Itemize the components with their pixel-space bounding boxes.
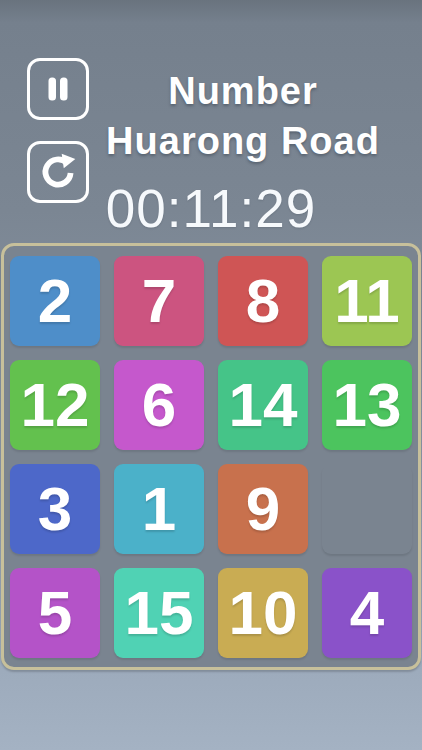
tile-13[interactable]: 13 bbox=[322, 360, 412, 450]
pause-icon bbox=[38, 69, 78, 109]
puzzle-board: 278111261413319515104 bbox=[1, 243, 421, 670]
app-background: Number Huarong Road 00:11:29 27811126141… bbox=[0, 0, 422, 750]
tile-2[interactable]: 2 bbox=[10, 256, 100, 346]
tile-14[interactable]: 14 bbox=[218, 360, 308, 450]
board-grid: 278111261413319515104 bbox=[4, 246, 418, 667]
tile-3[interactable]: 3 bbox=[10, 464, 100, 554]
tile-11[interactable]: 11 bbox=[322, 256, 412, 346]
title-line-2: Huarong Road bbox=[93, 116, 393, 166]
tile-5[interactable]: 5 bbox=[10, 568, 100, 658]
title-line-1: Number bbox=[93, 66, 393, 116]
tile-15[interactable]: 15 bbox=[114, 568, 204, 658]
tile-9[interactable]: 9 bbox=[218, 464, 308, 554]
tile-6[interactable]: 6 bbox=[114, 360, 204, 450]
tile-4[interactable]: 4 bbox=[322, 568, 412, 658]
pause-button[interactable] bbox=[27, 58, 89, 120]
empty-cell bbox=[322, 464, 412, 554]
tile-12[interactable]: 12 bbox=[10, 360, 100, 450]
tile-7[interactable]: 7 bbox=[114, 256, 204, 346]
tile-10[interactable]: 10 bbox=[218, 568, 308, 658]
timer-display: 00:11:29 bbox=[0, 181, 422, 237]
tile-8[interactable]: 8 bbox=[218, 256, 308, 346]
tile-1[interactable]: 1 bbox=[114, 464, 204, 554]
page-title: Number Huarong Road bbox=[93, 66, 393, 166]
